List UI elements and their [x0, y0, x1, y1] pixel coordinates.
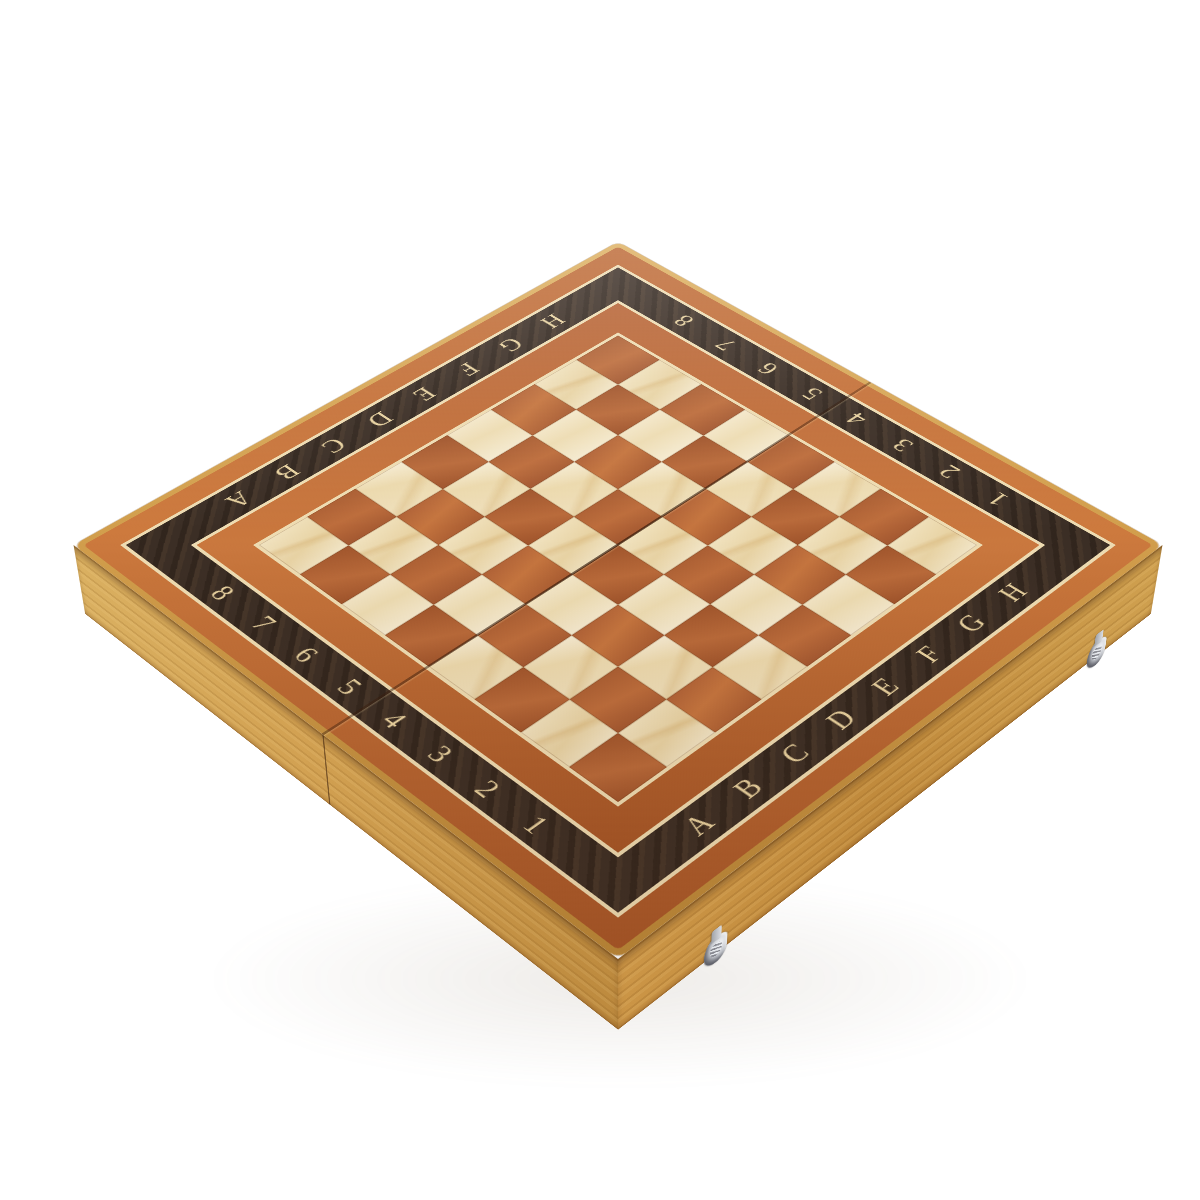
square-b1 [618, 699, 715, 767]
coordinate-label-c: C [753, 724, 838, 783]
coordinate-label-7: 7 [225, 597, 304, 650]
coordinate-label-1: 1 [493, 793, 580, 856]
square-a2 [521, 699, 618, 767]
square-b2 [570, 667, 666, 733]
coordinate-label-f: F [888, 627, 970, 682]
square-a5 [385, 604, 478, 666]
coordinate-label-4: 4 [353, 691, 436, 749]
square-c2 [618, 635, 713, 699]
square-a4 [429, 635, 524, 699]
square-a3 [474, 667, 570, 733]
coordinate-label-8: 8 [184, 567, 262, 619]
square-d3 [618, 574, 710, 635]
coordinate-label-b: B [705, 758, 791, 819]
square-e1 [758, 604, 851, 666]
square-f1 [802, 574, 894, 635]
square-a1 [569, 733, 668, 803]
coordinate-label-a: A [656, 793, 743, 856]
coordinate-label-6: 6 [267, 627, 347, 682]
square-b6 [391, 545, 482, 604]
square-g1 [845, 545, 936, 604]
square-c5 [482, 545, 573, 604]
square-e2 [710, 574, 802, 635]
square-e3 [663, 545, 754, 604]
metal-clasp [1085, 634, 1107, 673]
fold-seam-side [322, 734, 330, 805]
square-b5 [434, 574, 526, 635]
square-b3 [523, 635, 618, 699]
square-d2 [665, 604, 758, 666]
square-c3 [571, 604, 664, 666]
coordinate-label-5: 5 [309, 659, 390, 715]
coordinate-label-3: 3 [399, 724, 483, 783]
coordinate-label-e: E [844, 659, 927, 715]
square-f2 [754, 545, 845, 604]
square-c4 [526, 574, 618, 635]
square-a6 [342, 574, 434, 635]
photo-scene: 87654321 87654321 HGFEDCBA HGFEDCBA [0, 0, 1200, 1200]
square-c1 [666, 667, 762, 733]
square-d4 [573, 545, 664, 604]
board-top-face: 87654321 87654321 HGFEDCBA HGFEDCBA [74, 242, 1163, 959]
square-b4 [478, 604, 571, 666]
coordinate-label-d: D [799, 691, 883, 749]
square-d1 [713, 635, 808, 699]
square-a7 [300, 545, 391, 604]
coordinate-label-h: H [973, 567, 1053, 619]
coordinate-label-g: G [931, 597, 1012, 650]
coordinate-label-2: 2 [445, 758, 530, 819]
